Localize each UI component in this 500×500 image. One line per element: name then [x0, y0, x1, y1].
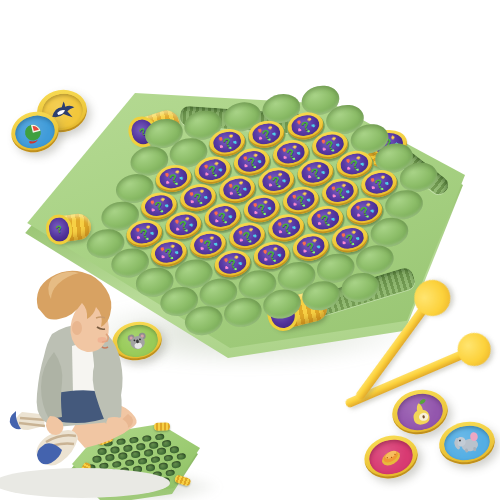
question-disc-face: ? [158, 165, 190, 191]
question-mark-glyph: ? [373, 176, 385, 190]
child-floor-shadow [0, 468, 170, 498]
question-mark-glyph: ? [207, 163, 219, 177]
question-mark-glyph: ? [270, 174, 282, 188]
question-disc-face: ? [236, 148, 268, 174]
melon-slice-token-face [365, 435, 416, 479]
child-ear [72, 321, 82, 335]
question-mark-glyph: ? [231, 182, 243, 196]
question-mark-glyph: ? [227, 256, 239, 270]
question-disc-face: ? [295, 234, 327, 260]
question-disc-face: ? [143, 192, 175, 218]
question-mark-glyph: ? [177, 218, 189, 232]
child-head [37, 271, 111, 352]
question-disc-face: ? [260, 168, 292, 194]
question-mark-glyph: ? [280, 221, 292, 235]
question-mark-glyph: ? [221, 135, 233, 149]
question-mark-glyph: ? [217, 210, 229, 224]
product-photo-stage: ???? ??????????????????????????????? [0, 0, 500, 500]
question-disc-face: ? [289, 112, 321, 138]
question-disc-face: ? [256, 242, 288, 268]
question-mark-glyph: ? [309, 165, 321, 179]
question-mark-glyph: ? [153, 199, 165, 213]
question-mark-glyph: ? [260, 127, 272, 141]
question-mark-glyph: ? [241, 229, 253, 243]
question-disc-face: ? [128, 220, 160, 246]
question-disc-face: ? [197, 157, 229, 183]
pear-icon [399, 394, 441, 430]
elephant-token[interactable] [436, 417, 498, 468]
child-near-sock [36, 430, 78, 466]
child-figure [0, 262, 185, 500]
question-mark-glyph: ? [344, 231, 356, 245]
question-mark-glyph: ? [334, 185, 346, 199]
question-disc-face: ? [167, 212, 199, 238]
question-mark-glyph: ? [319, 212, 331, 226]
question-mark-glyph: ? [192, 190, 204, 204]
question-disc-face: ? [324, 178, 356, 204]
question-disc-face: ? [314, 132, 346, 158]
question-disc-face: ? [299, 159, 331, 185]
question-mark-glyph: ? [163, 245, 175, 259]
question-mark-glyph: ? [349, 157, 361, 171]
question-disc-face: ? [231, 223, 263, 249]
pear-token[interactable] [388, 385, 452, 440]
question-disc-face: ? [285, 187, 317, 213]
question-disc-face: ? [270, 214, 302, 240]
question-mark-glyph: ? [266, 248, 278, 262]
question-disc-face: ? [211, 129, 243, 155]
question-mark-glyph: ? [168, 171, 180, 185]
child-cheek [98, 337, 107, 343]
melon-slice-token[interactable] [360, 430, 423, 484]
question-mark-glyph: ? [359, 204, 371, 218]
elephant-token-face [441, 422, 492, 464]
question-mark-glyph: ? [202, 237, 214, 251]
question-disc-face: ? [207, 203, 239, 229]
question-mark-glyph: ? [138, 226, 150, 240]
pear-token-face [394, 390, 446, 435]
question-disc-face: ? [275, 140, 307, 166]
watermelon-chili-token-face [12, 111, 58, 152]
question-mark-glyph: ? [55, 224, 64, 235]
melon-icon [370, 439, 411, 474]
question-mark-glyph: ? [324, 138, 336, 152]
question-mark-glyph: ? [256, 201, 268, 215]
question-disc-face: ? [339, 151, 371, 177]
question-disc-face: ? [182, 184, 214, 210]
question-disc-face: ? [217, 250, 249, 276]
question-disc-face: ? [221, 176, 253, 202]
watermelon-icon [17, 115, 54, 148]
question-disc-face: ? [250, 121, 282, 147]
elephant-icon [447, 426, 488, 460]
question-disc-face: ? [334, 225, 366, 251]
mallet-head [452, 327, 495, 370]
question-disc-face: ? [363, 170, 395, 196]
question-mark-glyph: ? [295, 193, 307, 207]
question-disc-face: ? [309, 206, 341, 232]
question-disc-face: ? [192, 231, 224, 257]
question-mark-glyph: ? [305, 240, 317, 254]
question-disc-face: ? [349, 198, 381, 224]
question-disc-face: ? [246, 195, 278, 221]
question-mark-glyph: ? [300, 119, 312, 133]
question-mark-glyph: ? [285, 146, 297, 160]
question-mark-glyph: ? [246, 154, 258, 168]
